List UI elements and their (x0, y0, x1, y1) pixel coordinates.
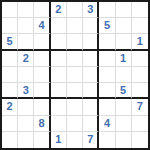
given-digit: 5 (104, 20, 110, 31)
given-digit: 4 (104, 118, 110, 129)
sudoku-cell[interactable] (116, 116, 132, 132)
sudoku-cell[interactable] (67, 2, 83, 18)
sudoku-cell[interactable] (67, 18, 83, 34)
sudoku-cell[interactable] (2, 2, 18, 18)
sudoku-cell[interactable] (51, 67, 67, 83)
sudoku-cell[interactable] (51, 51, 67, 67)
given-digit: 2 (7, 101, 13, 112)
sudoku-cell[interactable] (34, 51, 50, 67)
sudoku-cell[interactable] (2, 116, 18, 132)
given-digit: 5 (7, 36, 13, 47)
sudoku-cell[interactable] (34, 99, 50, 115)
sudoku-cell[interactable] (99, 99, 115, 115)
sudoku-cell[interactable] (34, 34, 50, 50)
sudoku-cell[interactable] (116, 34, 132, 50)
sudoku-cell[interactable] (51, 116, 67, 132)
sudoku-cell[interactable] (2, 51, 18, 67)
sudoku-cell[interactable] (132, 2, 148, 18)
sudoku-cell[interactable]: 5 (99, 18, 115, 34)
sudoku-cell[interactable] (99, 34, 115, 50)
sudoku-cell[interactable] (18, 34, 34, 50)
sudoku-cell[interactable] (83, 116, 99, 132)
sudoku-cell[interactable] (99, 132, 115, 148)
sudoku-cell[interactable] (2, 18, 18, 34)
sudoku-cell[interactable] (132, 18, 148, 34)
given-digit: 3 (23, 85, 29, 96)
sudoku-cell[interactable] (2, 132, 18, 148)
given-digit: 5 (120, 85, 126, 96)
sudoku-cell[interactable] (34, 132, 50, 148)
sudoku-cell[interactable] (67, 51, 83, 67)
sudoku-cell[interactable] (83, 83, 99, 99)
sudoku-cell[interactable] (2, 83, 18, 99)
sudoku-cell[interactable] (99, 83, 115, 99)
sudoku-cell[interactable] (18, 2, 34, 18)
sudoku-cell[interactable] (2, 67, 18, 83)
sudoku-cell[interactable] (18, 132, 34, 148)
sudoku-cell[interactable] (67, 99, 83, 115)
sudoku-cell[interactable] (34, 83, 50, 99)
sudoku-cell[interactable] (83, 51, 99, 67)
sudoku-cell[interactable] (67, 34, 83, 50)
sudoku-cell[interactable] (18, 18, 34, 34)
sudoku-cell[interactable]: 4 (99, 116, 115, 132)
given-digit: 7 (87, 134, 93, 145)
sudoku-cell[interactable]: 3 (18, 83, 34, 99)
given-digit: 2 (23, 53, 29, 64)
given-digit: 1 (120, 53, 126, 64)
given-digit: 4 (38, 20, 44, 31)
sudoku-cell[interactable] (99, 67, 115, 83)
given-digit: 8 (38, 118, 44, 129)
sudoku-cell[interactable] (51, 18, 67, 34)
sudoku-cell[interactable]: 3 (83, 2, 99, 18)
sudoku-cell[interactable] (34, 2, 50, 18)
sudoku-cell[interactable] (132, 116, 148, 132)
sudoku-cell[interactable] (34, 67, 50, 83)
sudoku-cell[interactable]: 5 (116, 83, 132, 99)
given-digit: 2 (55, 4, 61, 15)
sudoku-cell[interactable]: 1 (116, 51, 132, 67)
sudoku-cell[interactable] (51, 99, 67, 115)
sudoku-cell[interactable]: 1 (132, 34, 148, 50)
sudoku-cell[interactable]: 1 (51, 132, 67, 148)
sudoku-cell[interactable] (18, 67, 34, 83)
sudoku-cell[interactable] (67, 116, 83, 132)
sudoku-cell[interactable] (83, 34, 99, 50)
sudoku-cell[interactable]: 2 (18, 51, 34, 67)
sudoku-cell[interactable] (116, 2, 132, 18)
given-digit: 1 (137, 36, 143, 47)
sudoku-cell[interactable] (99, 51, 115, 67)
sudoku-cell[interactable] (132, 67, 148, 83)
sudoku-cell[interactable]: 4 (34, 18, 50, 34)
sudoku-cell[interactable] (67, 132, 83, 148)
sudoku-cell[interactable]: 7 (83, 132, 99, 148)
sudoku-cell[interactable]: 2 (51, 2, 67, 18)
given-digit: 3 (87, 4, 93, 15)
sudoku-cell[interactable] (116, 99, 132, 115)
sudoku-cell[interactable] (116, 67, 132, 83)
sudoku-cell[interactable] (83, 67, 99, 83)
sudoku-cell[interactable] (132, 51, 148, 67)
sudoku-board: 2345512135278417 (0, 0, 150, 150)
sudoku-cell[interactable] (67, 67, 83, 83)
sudoku-cell[interactable] (83, 99, 99, 115)
sudoku-cell[interactable] (51, 34, 67, 50)
sudoku-cell[interactable] (67, 83, 83, 99)
sudoku-cell[interactable] (116, 18, 132, 34)
sudoku-cell[interactable]: 8 (34, 116, 50, 132)
sudoku-cell[interactable] (83, 18, 99, 34)
sudoku-cell[interactable]: 7 (132, 99, 148, 115)
sudoku-cell[interactable] (132, 83, 148, 99)
sudoku-cell[interactable]: 5 (2, 34, 18, 50)
sudoku-cell[interactable] (18, 99, 34, 115)
sudoku-cell[interactable] (51, 83, 67, 99)
given-digit: 7 (137, 101, 143, 112)
sudoku-cell[interactable]: 2 (2, 99, 18, 115)
sudoku-cell[interactable] (132, 132, 148, 148)
sudoku-cell[interactable] (99, 2, 115, 18)
sudoku-cell[interactable] (18, 116, 34, 132)
sudoku-cell[interactable] (116, 132, 132, 148)
given-digit: 1 (55, 134, 61, 145)
